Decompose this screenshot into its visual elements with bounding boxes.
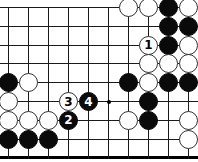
stone-white — [139, 54, 158, 73]
stone-black — [0, 130, 18, 149]
stone-black: 2 — [59, 111, 78, 130]
move-number-label: 2 — [64, 114, 72, 126]
stone-black — [0, 73, 18, 92]
stone-white: 3 — [59, 92, 78, 111]
stone-white — [39, 111, 58, 130]
move-number-label: 3 — [64, 96, 72, 108]
stone-white: 1 — [139, 36, 158, 55]
stone-white — [159, 54, 178, 73]
stone-black — [19, 130, 38, 149]
stone-black — [179, 73, 198, 92]
stone-white — [19, 73, 38, 92]
stone-black — [39, 130, 58, 149]
stone-white — [179, 111, 198, 130]
stone-white — [179, 0, 198, 17]
stone-black: 4 — [79, 92, 98, 111]
stone-black — [159, 0, 178, 17]
star-point — [107, 100, 111, 104]
stone-white — [119, 0, 138, 17]
stone-white — [179, 130, 198, 149]
move-number-label: 1 — [144, 39, 152, 51]
stone-white — [19, 111, 38, 130]
stone-black — [139, 111, 158, 130]
grid-line-vertical — [88, 7, 89, 159]
stone-black — [159, 73, 178, 92]
stone-white — [179, 54, 198, 73]
stone-black — [179, 17, 198, 36]
go-board: 1342 — [0, 0, 198, 162]
move-number-label: 4 — [84, 96, 92, 108]
stone-black — [159, 36, 178, 55]
stone-black — [139, 92, 158, 111]
stone-white — [139, 0, 158, 17]
stone-white — [179, 36, 198, 55]
stone-white — [139, 73, 158, 92]
stone-white — [0, 92, 18, 111]
grid-line-vertical — [108, 7, 109, 159]
stone-black — [159, 17, 178, 36]
stone-black — [119, 73, 138, 92]
stone-white — [0, 111, 18, 130]
stone-white — [119, 111, 138, 130]
grid-line-vertical — [68, 7, 69, 159]
